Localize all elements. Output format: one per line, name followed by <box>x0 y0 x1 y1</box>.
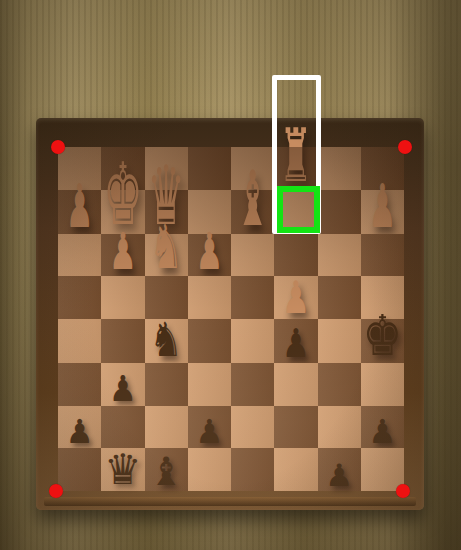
square-g1[interactable]: ♟ <box>318 448 361 491</box>
square-h1[interactable] <box>361 448 404 491</box>
square-c1[interactable]: ♝ <box>145 448 188 491</box>
black-knight-c4[interactable]: ♞ <box>150 316 183 363</box>
square-a3[interactable] <box>58 363 101 406</box>
square-b4[interactable] <box>101 319 144 363</box>
square-f3[interactable] <box>274 363 317 406</box>
white-pawn-f5[interactable]: ♟ <box>282 275 310 320</box>
square-a1[interactable] <box>58 448 101 491</box>
square-d3[interactable] <box>188 363 231 406</box>
square-g5[interactable] <box>318 276 361 319</box>
black-bishop-c1[interactable]: ♝ <box>149 452 184 491</box>
square-d6[interactable]: ♟ <box>188 234 231 277</box>
square-h6[interactable] <box>361 234 404 277</box>
white-pawn-d6[interactable]: ♟ <box>195 227 223 278</box>
square-h2[interactable]: ♟ <box>361 406 404 449</box>
square-b3[interactable]: ♟ <box>101 363 144 406</box>
board-grid: ♜♟♚♛♝♟♟♞♟♟♞♟♚♟♟♟♟♛♝♟ <box>58 147 404 491</box>
square-d4[interactable] <box>188 319 231 363</box>
square-c2[interactable] <box>145 406 188 449</box>
black-pawn-h2[interactable]: ♟ <box>368 415 396 448</box>
square-d5[interactable] <box>188 276 231 319</box>
square-h4[interactable]: ♚ <box>361 319 404 363</box>
square-a7[interactable]: ♟ <box>58 190 101 234</box>
square-e4[interactable] <box>231 319 274 363</box>
square-d8[interactable] <box>188 147 231 190</box>
black-king-h4[interactable]: ♚ <box>363 308 402 364</box>
square-b2[interactable] <box>101 406 144 449</box>
black-pawn-g1[interactable]: ♟ <box>325 460 353 491</box>
square-b6[interactable]: ♟ <box>101 234 144 277</box>
black-queen-b1[interactable]: ♛ <box>104 449 142 491</box>
square-f2[interactable] <box>274 406 317 449</box>
square-h7[interactable]: ♟ <box>361 190 404 234</box>
white-rook-f8[interactable]: ♜ <box>280 119 312 193</box>
black-pawn-a2[interactable]: ♟ <box>66 415 94 448</box>
square-e6[interactable] <box>231 234 274 277</box>
white-pawn-h7[interactable]: ♟ <box>368 176 396 236</box>
square-e7[interactable]: ♝ <box>231 190 274 234</box>
square-d1[interactable] <box>188 448 231 491</box>
square-f1[interactable] <box>274 448 317 491</box>
square-f5[interactable]: ♟ <box>274 276 317 319</box>
square-b5[interactable] <box>101 276 144 319</box>
corner-marker-top-right <box>398 140 412 154</box>
white-knight-c6[interactable]: ♞ <box>150 217 183 278</box>
square-e5[interactable] <box>231 276 274 319</box>
square-g7[interactable] <box>318 190 361 234</box>
square-a2[interactable]: ♟ <box>58 406 101 449</box>
square-c6[interactable]: ♞ <box>145 234 188 277</box>
black-pawn-d2[interactable]: ♟ <box>195 415 223 448</box>
square-f4[interactable]: ♟ <box>274 319 317 363</box>
square-g6[interactable] <box>318 234 361 277</box>
square-e1[interactable] <box>231 448 274 491</box>
square-h3[interactable] <box>361 363 404 406</box>
white-pawn-a7[interactable]: ♟ <box>66 176 94 236</box>
square-c3[interactable] <box>145 363 188 406</box>
square-d2[interactable]: ♟ <box>188 406 231 449</box>
square-e3[interactable] <box>231 363 274 406</box>
white-pawn-b6[interactable]: ♟ <box>109 227 137 278</box>
square-a4[interactable] <box>58 319 101 363</box>
scene: ♜♟♚♛♝♟♟♞♟♟♞♟♚♟♟♟♟♛♝♟ <box>0 0 461 550</box>
square-e2[interactable] <box>231 406 274 449</box>
chessboard-frame: ♜♟♚♛♝♟♟♞♟♟♞♟♚♟♟♟♟♛♝♟ <box>36 118 424 510</box>
square-f7[interactable] <box>274 190 317 234</box>
square-g3[interactable] <box>318 363 361 406</box>
corner-marker-bottom-right <box>396 484 410 498</box>
square-g4[interactable] <box>318 319 361 363</box>
square-a5[interactable] <box>58 276 101 319</box>
black-pawn-b3[interactable]: ♟ <box>109 370 137 406</box>
square-b1[interactable]: ♛ <box>101 448 144 491</box>
square-f8[interactable]: ♜ <box>274 147 317 190</box>
square-g8[interactable] <box>318 147 361 190</box>
corner-marker-top-left <box>51 140 65 154</box>
corner-marker-bottom-left <box>49 484 63 498</box>
white-bishop-e7[interactable]: ♝ <box>235 161 270 237</box>
square-c4[interactable]: ♞ <box>145 319 188 363</box>
black-pawn-f4[interactable]: ♟ <box>282 324 310 364</box>
square-a6[interactable] <box>58 234 101 277</box>
square-g2[interactable] <box>318 406 361 449</box>
